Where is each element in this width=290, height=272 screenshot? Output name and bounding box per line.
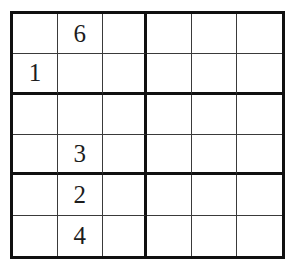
cell-r3c1[interactable] <box>13 95 58 135</box>
cell-r1c6[interactable] <box>237 14 282 54</box>
cell-r5c2[interactable]: 2 <box>58 175 103 215</box>
cell-r3c2[interactable] <box>58 95 103 135</box>
cell-r5c6[interactable] <box>237 175 282 215</box>
cell-r6c1[interactable] <box>13 216 58 256</box>
cell-r1c1[interactable] <box>13 14 58 54</box>
cell-r2c5[interactable] <box>192 54 237 94</box>
cell-r2c1[interactable]: 1 <box>13 54 58 94</box>
cell-r1c2[interactable]: 6 <box>58 14 103 54</box>
cell-r2c3[interactable] <box>103 54 148 94</box>
cell-r6c3[interactable] <box>103 216 148 256</box>
cell-r1c5[interactable] <box>192 14 237 54</box>
cell-r4c6[interactable] <box>237 135 282 175</box>
cell-r4c3[interactable] <box>103 135 148 175</box>
cell-r3c6[interactable] <box>237 95 282 135</box>
sudoku-board: 61324 <box>10 11 285 259</box>
cell-r3c5[interactable] <box>192 95 237 135</box>
cell-r5c5[interactable] <box>192 175 237 215</box>
cell-r3c4[interactable] <box>147 95 192 135</box>
cell-r2c4[interactable] <box>147 54 192 94</box>
cell-r2c2[interactable] <box>58 54 103 94</box>
cell-r6c5[interactable] <box>192 216 237 256</box>
cell-r4c2[interactable]: 3 <box>58 135 103 175</box>
cell-r5c3[interactable] <box>103 175 148 215</box>
cell-r4c5[interactable] <box>192 135 237 175</box>
cell-r5c1[interactable] <box>13 175 58 215</box>
cell-r2c6[interactable] <box>237 54 282 94</box>
cell-r6c4[interactable] <box>147 216 192 256</box>
cell-r3c3[interactable] <box>103 95 148 135</box>
cell-r6c6[interactable] <box>237 216 282 256</box>
cell-r1c3[interactable] <box>103 14 148 54</box>
cell-r4c4[interactable] <box>147 135 192 175</box>
cell-r4c1[interactable] <box>13 135 58 175</box>
cell-r1c4[interactable] <box>147 14 192 54</box>
cell-r5c4[interactable] <box>147 175 192 215</box>
cell-r6c2[interactable]: 4 <box>58 216 103 256</box>
